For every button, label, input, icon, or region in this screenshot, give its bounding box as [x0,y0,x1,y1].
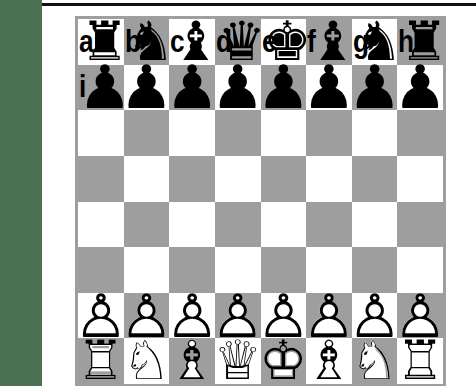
square-a1[interactable]: ♜♖ [78,338,124,384]
square-c7[interactable]: ♟ [169,65,215,111]
square-e4[interactable] [261,202,307,248]
white-rook: ♜♖ [78,338,124,384]
white-piece-outline: ♗ [305,334,353,386]
square-f1[interactable]: ♝♗ [306,338,352,384]
piece-label-h: h [398,25,414,57]
piece-label-d: d [216,25,232,57]
black-pawn: ♟ [124,65,170,111]
black-pawn: ♟ [261,65,307,111]
square-e7[interactable]: ♟ [261,65,307,111]
square-d1[interactable]: ♛♕ [215,338,261,384]
white-piece-outline: ♖ [77,334,125,386]
square-e1[interactable]: ♚♔ [261,338,307,384]
piece-label-b: b [125,25,141,57]
square-c5[interactable] [169,156,215,202]
chess-board: a♜b♞c♝d♛e♚f♝g♞h♜i♟♟♟♟♟♟♟♟♟♙♟♙♟♙♟♙♟♙♟♙♟♙♟… [75,16,446,386]
square-f6[interactable] [306,110,352,156]
white-king: ♚♔ [261,338,307,384]
square-f4[interactable] [306,202,352,248]
square-f7[interactable]: ♟ [306,65,352,111]
square-e5[interactable] [261,156,307,202]
square-h6[interactable] [397,110,443,156]
piece-label-e: e [262,25,277,57]
square-d6[interactable] [215,110,261,156]
white-queen: ♛♕ [215,338,261,384]
square-e6[interactable] [261,110,307,156]
square-a6[interactable] [78,110,124,156]
piece-label-f: f [307,25,316,57]
square-c4[interactable] [169,202,215,248]
square-f5[interactable] [306,156,352,202]
square-b6[interactable] [124,110,170,156]
white-piece-outline: ♗ [168,334,216,386]
square-c1[interactable]: ♝♗ [169,338,215,384]
square-d5[interactable] [215,156,261,202]
square-h4[interactable] [397,202,443,248]
square-h5[interactable] [397,156,443,202]
white-knight: ♞♘ [352,338,398,384]
square-g5[interactable] [352,156,398,202]
black-piece-glyph: ♟ [393,57,447,117]
square-g6[interactable] [352,110,398,156]
page-background: a♜b♞c♝d♛e♚f♝g♞h♜i♟♟♟♟♟♟♟♟♟♙♟♙♟♙♟♙♟♙♟♙♟♙♟… [0,0,476,386]
square-a7[interactable]: i♟ [78,65,124,111]
piece-label-a: a [79,25,94,57]
square-b5[interactable] [124,156,170,202]
square-d4[interactable] [215,202,261,248]
square-b7[interactable]: ♟ [124,65,170,111]
square-a5[interactable] [78,156,124,202]
square-h1[interactable]: ♜♖ [397,338,443,384]
square-b1[interactable]: ♞♘ [124,338,170,384]
black-pawn: ♟ [397,65,443,111]
top-border-line [42,3,476,6]
square-g4[interactable] [352,202,398,248]
black-pawn: ♟ [215,65,261,111]
square-c6[interactable] [169,110,215,156]
square-g7[interactable]: ♟ [352,65,398,111]
white-knight: ♞♘ [124,338,170,384]
white-piece-outline: ♖ [396,334,444,386]
black-pawn: ♟ [352,65,398,111]
white-rook: ♜♖ [397,338,443,384]
square-a4[interactable] [78,202,124,248]
black-pawn: ♟ [169,65,215,111]
white-bishop: ♝♗ [306,338,352,384]
square-g1[interactable]: ♞♘ [352,338,398,384]
piece-label-g: g [353,25,369,57]
white-piece-outline: ♘ [122,334,170,386]
square-b4[interactable] [124,202,170,248]
white-bishop: ♝♗ [169,338,215,384]
left-green-strip [0,0,42,386]
square-h7[interactable]: ♟ [397,65,443,111]
white-piece-outline: ♘ [350,334,398,386]
piece-label-i: i [79,70,86,102]
white-piece-outline: ♔ [259,334,307,386]
white-piece-outline: ♕ [213,334,261,386]
black-pawn: ♟ [306,65,352,111]
piece-label-c: c [170,25,185,57]
square-d7[interactable]: ♟ [215,65,261,111]
